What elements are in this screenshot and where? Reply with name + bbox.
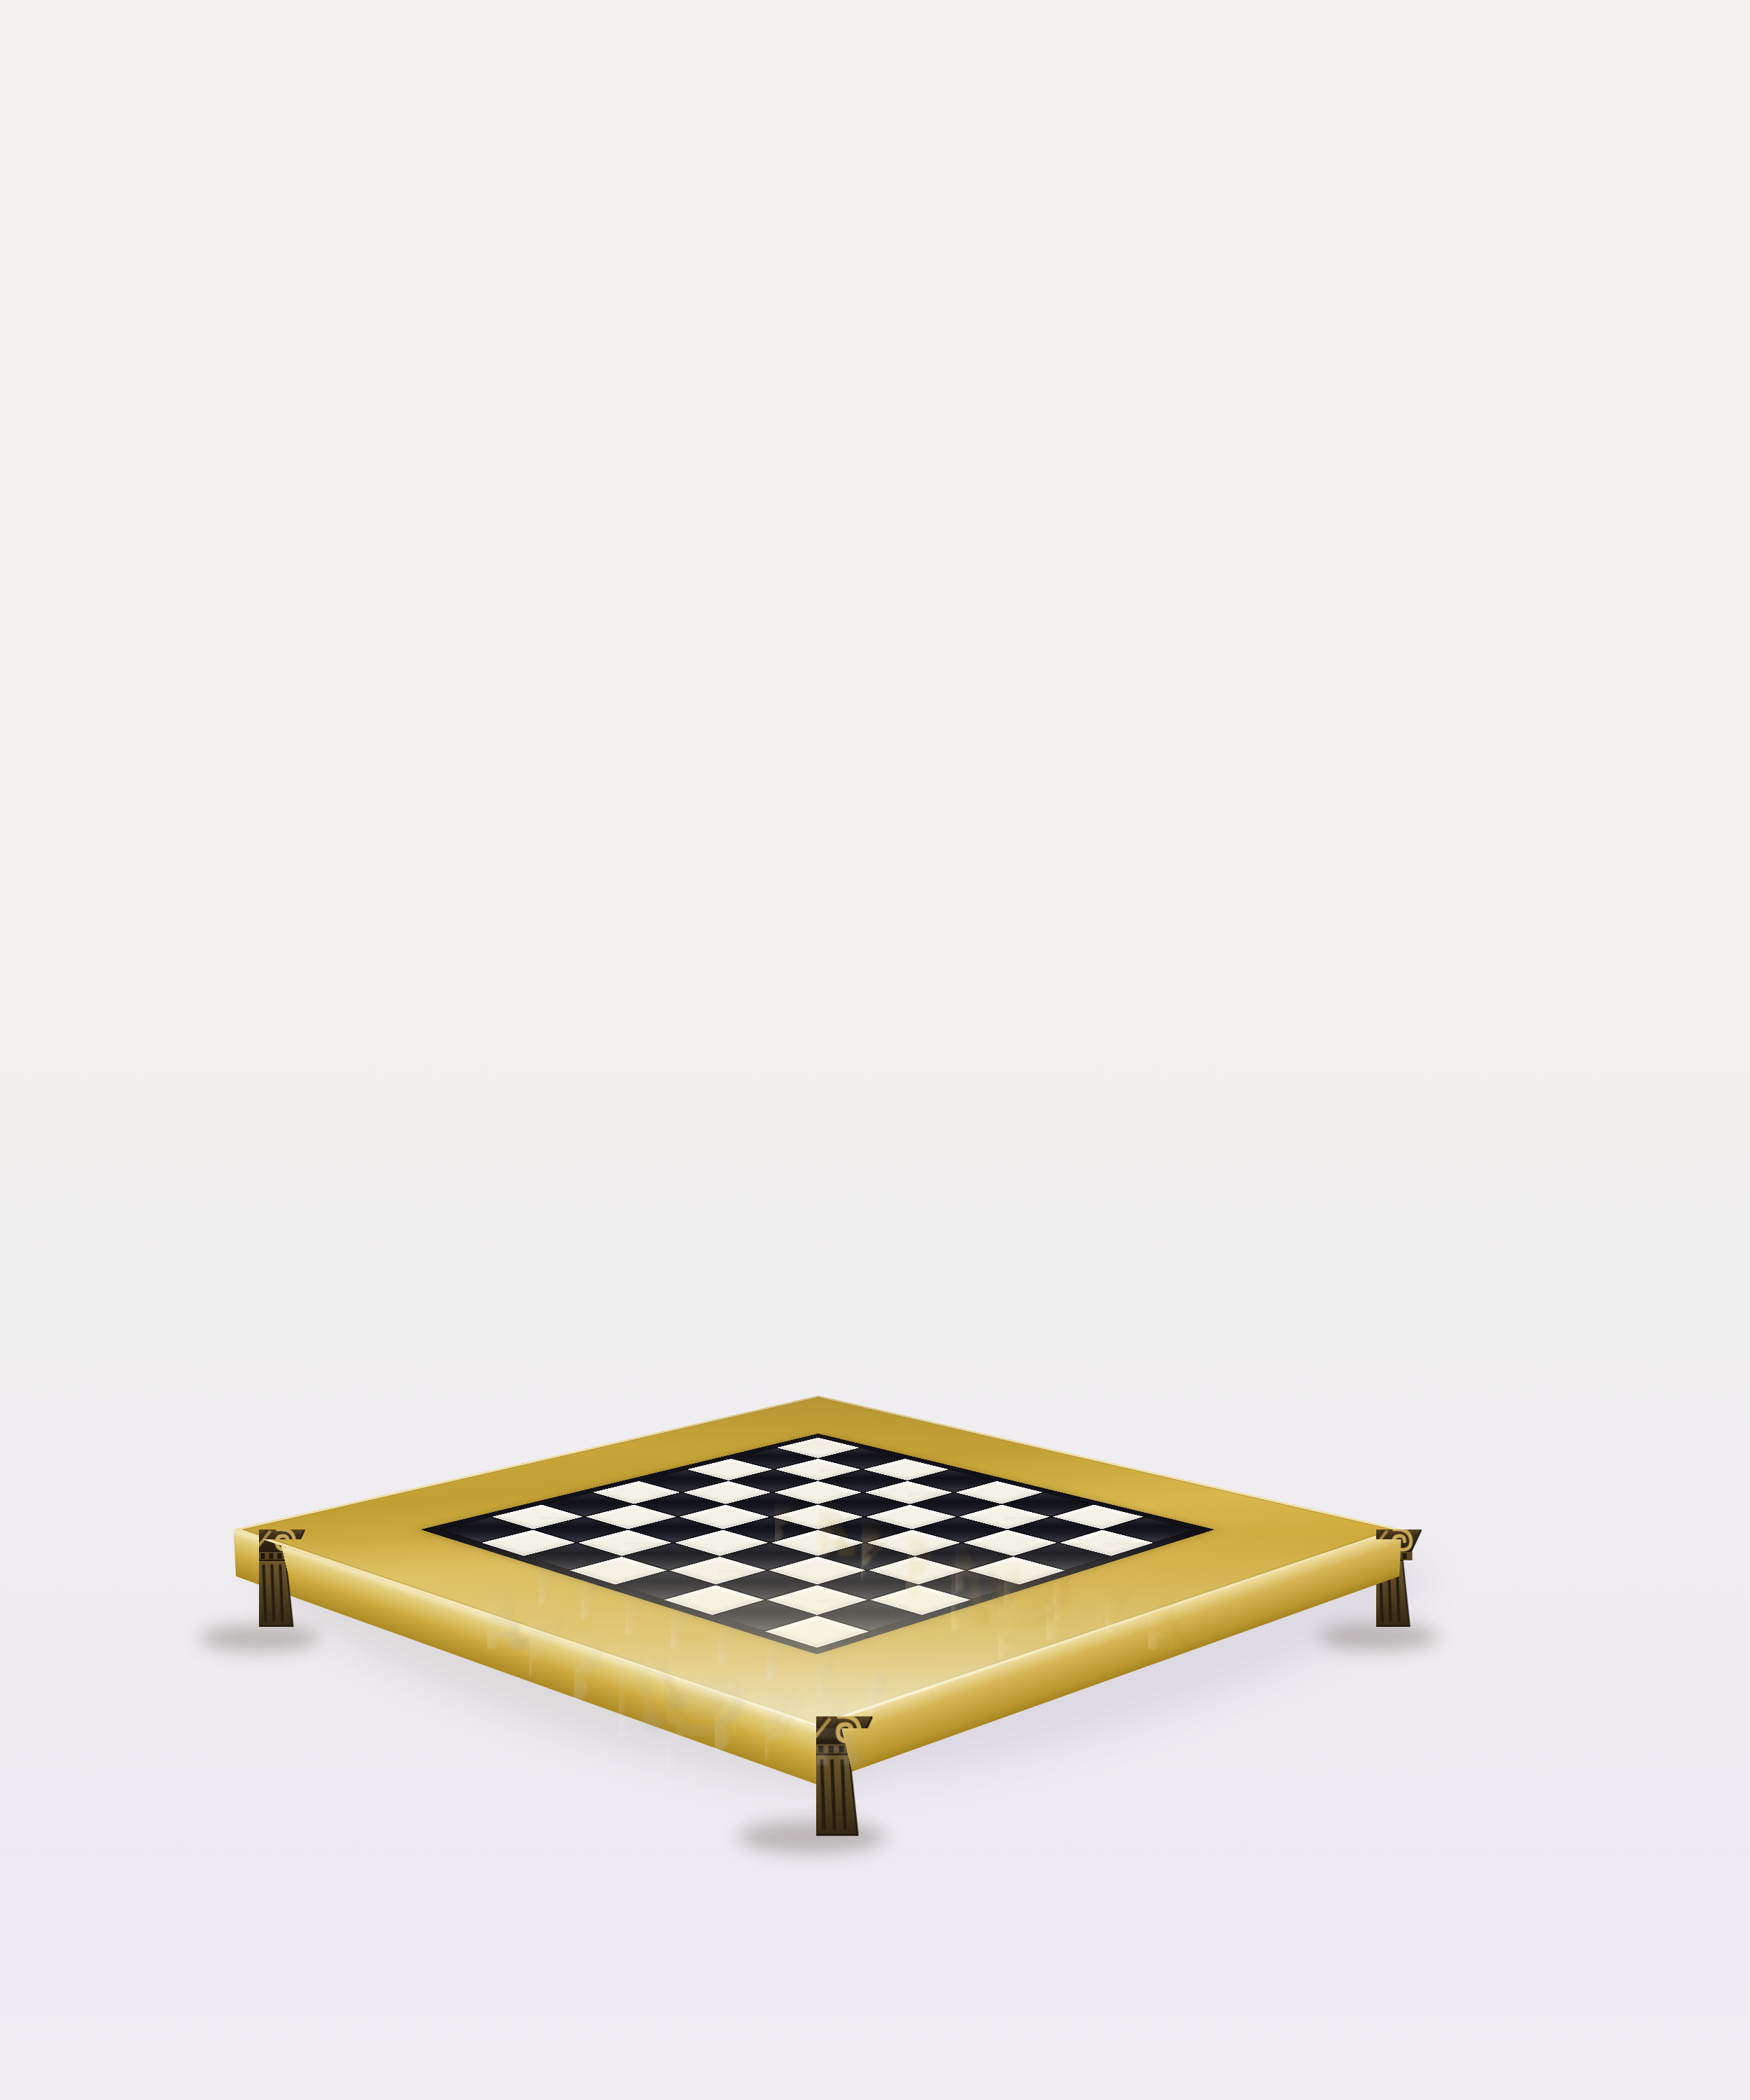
silver-rook-glyph: ♜ xyxy=(744,1476,889,1637)
scene: ♜♜♞♞♝♝♛♛♚♚♝♝♞♞♜♜♟♟♟♟♟♟♟♟♟♟♟♟♟♟♟♟♟♟♟♟♟♟♟♟… xyxy=(0,0,1750,2100)
product-photo: ♜♜♞♞♝♝♛♛♚♚♝♝♞♞♜♜♟♟♟♟♟♟♟♟♟♟♟♟♟♟♟♟♟♟♟♟♟♟♟♟… xyxy=(0,0,1750,2100)
gold-pawn-glyph: ♟ xyxy=(1056,1436,1155,1547)
board-frame: ♜♜♞♞♝♝♛♛♚♚♝♝♞♞♜♜♟♟♟♟♟♟♟♟♟♟♟♟♟♟♟♟♟♟♟♟♟♟♟♟… xyxy=(234,1396,1402,1728)
